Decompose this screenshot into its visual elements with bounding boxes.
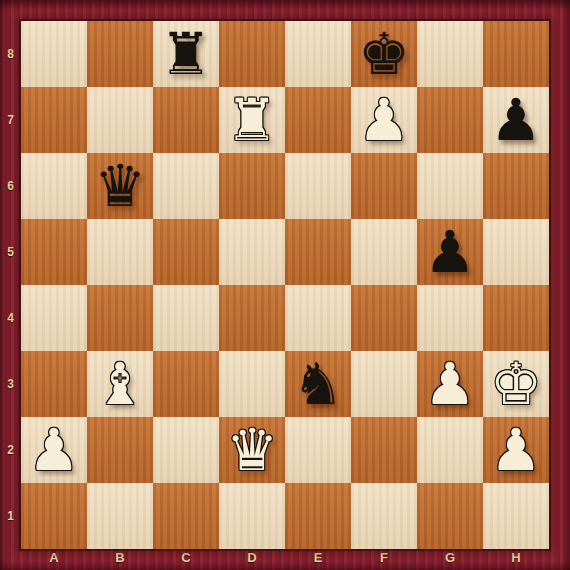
square-f6[interactable] <box>351 153 417 219</box>
black-rook: ♜ <box>160 21 212 87</box>
black-pawn: ♟ <box>490 87 542 153</box>
square-e6[interactable] <box>285 153 351 219</box>
black-knight: ♞ <box>292 351 344 417</box>
square-a6[interactable] <box>21 153 87 219</box>
file-label-b: B <box>87 548 153 570</box>
square-f5[interactable] <box>351 219 417 285</box>
square-g6[interactable] <box>417 153 483 219</box>
square-e2[interactable] <box>285 417 351 483</box>
square-b6[interactable]: ♛ <box>87 153 153 219</box>
square-a4[interactable] <box>21 285 87 351</box>
square-f3[interactable] <box>351 351 417 417</box>
square-f4[interactable] <box>351 285 417 351</box>
square-c6[interactable] <box>153 153 219 219</box>
square-d7[interactable]: ♜ <box>219 87 285 153</box>
rank-label-3: 3 <box>0 351 21 417</box>
square-f7[interactable]: ♟ <box>351 87 417 153</box>
square-c4[interactable] <box>153 285 219 351</box>
square-h3[interactable]: ♚ <box>483 351 549 417</box>
black-king: ♚ <box>358 21 410 87</box>
white-pawn: ♟ <box>490 417 542 483</box>
square-g2[interactable] <box>417 417 483 483</box>
square-g8[interactable] <box>417 21 483 87</box>
square-d8[interactable] <box>219 21 285 87</box>
rank-label-4: 4 <box>0 285 21 351</box>
square-e7[interactable] <box>285 87 351 153</box>
square-h5[interactable] <box>483 219 549 285</box>
black-pawn: ♟ <box>424 219 476 285</box>
square-c8[interactable]: ♜ <box>153 21 219 87</box>
square-g4[interactable] <box>417 285 483 351</box>
square-b5[interactable] <box>87 219 153 285</box>
square-e4[interactable] <box>285 285 351 351</box>
white-bishop: ♝ <box>94 351 146 417</box>
rank-label-5: 5 <box>0 219 21 285</box>
square-a8[interactable] <box>21 21 87 87</box>
square-c2[interactable] <box>153 417 219 483</box>
square-b7[interactable] <box>87 87 153 153</box>
file-label-f: F <box>351 548 417 570</box>
rank-label-6: 6 <box>0 153 21 219</box>
square-a1[interactable] <box>21 483 87 549</box>
file-label-c: C <box>153 548 219 570</box>
white-pawn: ♟ <box>28 417 80 483</box>
file-label-d: D <box>219 548 285 570</box>
square-e8[interactable] <box>285 21 351 87</box>
square-g7[interactable] <box>417 87 483 153</box>
square-h1[interactable] <box>483 483 549 549</box>
square-h4[interactable] <box>483 285 549 351</box>
white-king: ♚ <box>490 351 542 417</box>
rank-label-1: 1 <box>0 483 21 549</box>
white-rook: ♜ <box>226 87 278 153</box>
square-b1[interactable] <box>87 483 153 549</box>
square-d6[interactable] <box>219 153 285 219</box>
white-queen: ♛ <box>226 417 278 483</box>
white-pawn: ♟ <box>424 351 476 417</box>
square-g3[interactable]: ♟ <box>417 351 483 417</box>
rank-label-2: 2 <box>0 417 21 483</box>
square-d2[interactable]: ♛ <box>219 417 285 483</box>
square-c3[interactable] <box>153 351 219 417</box>
black-queen: ♛ <box>94 153 146 219</box>
square-d4[interactable] <box>219 285 285 351</box>
square-b8[interactable] <box>87 21 153 87</box>
white-pawn: ♟ <box>358 87 410 153</box>
square-a3[interactable] <box>21 351 87 417</box>
square-h8[interactable] <box>483 21 549 87</box>
file-label-g: G <box>417 548 483 570</box>
square-d3[interactable] <box>219 351 285 417</box>
square-c1[interactable] <box>153 483 219 549</box>
square-c5[interactable] <box>153 219 219 285</box>
file-label-a: A <box>21 548 87 570</box>
file-label-h: H <box>483 548 549 570</box>
square-b3[interactable]: ♝ <box>87 351 153 417</box>
square-e3[interactable]: ♞ <box>285 351 351 417</box>
rank-label-7: 7 <box>0 87 21 153</box>
square-e1[interactable] <box>285 483 351 549</box>
square-a7[interactable] <box>21 87 87 153</box>
rank-label-8: 8 <box>0 21 21 87</box>
square-a5[interactable] <box>21 219 87 285</box>
square-h6[interactable] <box>483 153 549 219</box>
board-frame: 87654321 ABCDEFGH ♜♚♜♟♟♛♟♝♞♟♚♟♛♟ <box>0 0 570 570</box>
file-label-e: E <box>285 548 351 570</box>
square-g5[interactable]: ♟ <box>417 219 483 285</box>
chess-board: ♜♚♜♟♟♛♟♝♞♟♚♟♛♟ <box>21 21 549 549</box>
square-b2[interactable] <box>87 417 153 483</box>
square-d5[interactable] <box>219 219 285 285</box>
square-a2[interactable]: ♟ <box>21 417 87 483</box>
square-d1[interactable] <box>219 483 285 549</box>
square-f2[interactable] <box>351 417 417 483</box>
square-c7[interactable] <box>153 87 219 153</box>
square-e5[interactable] <box>285 219 351 285</box>
square-h7[interactable]: ♟ <box>483 87 549 153</box>
square-b4[interactable] <box>87 285 153 351</box>
square-h2[interactable]: ♟ <box>483 417 549 483</box>
square-f8[interactable]: ♚ <box>351 21 417 87</box>
square-f1[interactable] <box>351 483 417 549</box>
square-g1[interactable] <box>417 483 483 549</box>
